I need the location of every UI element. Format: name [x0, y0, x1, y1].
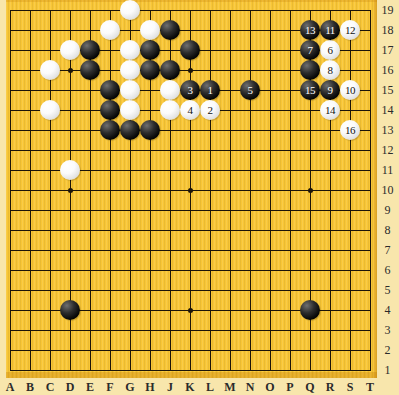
column-label-r: R: [320, 380, 340, 394]
row-label-2: 2: [377, 342, 398, 358]
stone-white-j15: [160, 80, 180, 100]
column-label-j: J: [160, 380, 180, 394]
row-label-11: 11: [377, 162, 398, 178]
column-label-m: M: [220, 380, 240, 394]
stone-white-f18: [100, 20, 120, 40]
move-stone-black-q15: 15: [300, 80, 320, 100]
column-label-o: O: [260, 380, 280, 394]
row-label-1: 1: [377, 362, 398, 378]
star-point: [68, 188, 73, 193]
grid-line-vertical: [230, 10, 231, 371]
stone-white-j14: [160, 100, 180, 120]
row-label-17: 17: [377, 42, 398, 58]
stone-white-h18: [140, 20, 160, 40]
stone-white-d17: [60, 40, 80, 60]
move-stone-white-s15: 10: [340, 80, 360, 100]
column-label-t: T: [360, 380, 380, 394]
move-stone-white-s18: 12: [340, 20, 360, 40]
grid-line-vertical: [210, 10, 211, 371]
grid-line-horizontal: [10, 210, 371, 211]
row-label-14: 14: [377, 102, 398, 118]
move-stone-black-r15: 9: [320, 80, 340, 100]
column-label-g: G: [120, 380, 140, 394]
grid-line-horizontal: [10, 350, 371, 351]
stone-black-h17: [140, 40, 160, 60]
grid-line-vertical: [370, 10, 371, 371]
column-label-q: Q: [300, 380, 320, 394]
stone-black-h13: [140, 120, 160, 140]
move-stone-black-r18: 11: [320, 20, 340, 40]
star-point: [188, 68, 193, 73]
stone-black-q4: [300, 300, 320, 320]
grid-line-horizontal: [10, 270, 371, 271]
star-point: [188, 308, 193, 313]
stone-white-c16: [40, 60, 60, 80]
stone-black-d4: [60, 300, 80, 320]
row-label-4: 4: [377, 302, 398, 318]
row-label-13: 13: [377, 122, 398, 138]
move-stone-white-r16: 8: [320, 60, 340, 80]
move-stone-black-k15: 3: [180, 80, 200, 100]
move-stone-white-s13: 16: [340, 120, 360, 140]
board-edge-shadow-top: [6, 0, 377, 2]
column-label-n: N: [240, 380, 260, 394]
move-stone-white-k14: 4: [180, 100, 200, 120]
stone-black-h16: [140, 60, 160, 80]
row-label-7: 7: [377, 242, 398, 258]
row-label-3: 3: [377, 322, 398, 338]
row-label-19: 19: [377, 2, 398, 18]
row-label-8: 8: [377, 222, 398, 238]
stone-black-f13: [100, 120, 120, 140]
stone-white-c14: [40, 100, 60, 120]
stone-black-j18: [160, 20, 180, 40]
grid-line-horizontal: [10, 230, 371, 231]
stone-white-g17: [120, 40, 140, 60]
column-label-c: C: [40, 380, 60, 394]
grid-line-vertical: [250, 10, 251, 371]
row-label-12: 12: [377, 142, 398, 158]
stone-black-g13: [120, 120, 140, 140]
move-stone-white-r14: 14: [320, 100, 340, 120]
stone-white-d11: [60, 160, 80, 180]
board-edge-shadow-bottom: [6, 372, 377, 378]
stone-white-g14: [120, 100, 140, 120]
grid-line-vertical: [350, 10, 351, 371]
column-label-l: L: [200, 380, 220, 394]
column-label-f: F: [100, 380, 120, 394]
column-label-k: K: [180, 380, 200, 394]
grid-line-horizontal: [10, 290, 371, 291]
grid-line-horizontal: [10, 330, 371, 331]
column-label-b: B: [20, 380, 40, 394]
star-point: [188, 188, 193, 193]
move-stone-black-q18: 13: [300, 20, 320, 40]
grid-line-vertical: [290, 10, 291, 371]
stone-black-f14: [100, 100, 120, 120]
column-label-s: S: [340, 380, 360, 394]
grid-line-vertical: [270, 10, 271, 371]
grid-line-horizontal: [10, 370, 371, 371]
move-stone-white-l14: 2: [200, 100, 220, 120]
stone-white-g19: [120, 0, 140, 20]
row-label-9: 9: [377, 202, 398, 218]
stone-black-e17: [80, 40, 100, 60]
row-label-6: 6: [377, 262, 398, 278]
move-stone-black-l15: 1: [200, 80, 220, 100]
stone-black-f15: [100, 80, 120, 100]
move-stone-black-n15: 5: [240, 80, 260, 100]
row-label-15: 15: [377, 82, 398, 98]
stone-white-g15: [120, 80, 140, 100]
stone-black-e16: [80, 60, 100, 80]
star-point: [308, 188, 313, 193]
column-label-d: D: [60, 380, 80, 394]
column-label-h: H: [140, 380, 160, 394]
column-label-e: E: [80, 380, 100, 394]
row-label-10: 10: [377, 182, 398, 198]
grid-line-horizontal: [10, 250, 371, 251]
stone-white-g16: [120, 60, 140, 80]
star-point: [68, 68, 73, 73]
move-stone-black-q17: 7: [300, 40, 320, 60]
stone-black-k17: [180, 40, 200, 60]
go-board-diagram: 12345678910111213141516 1918171615141312…: [0, 0, 399, 395]
stone-black-q16: [300, 60, 320, 80]
column-label-a: A: [0, 380, 20, 394]
stone-black-j16: [160, 60, 180, 80]
row-label-16: 16: [377, 62, 398, 78]
column-label-p: P: [280, 380, 300, 394]
move-stone-white-r17: 6: [320, 40, 340, 60]
row-label-18: 18: [377, 22, 398, 38]
row-label-5: 5: [377, 282, 398, 298]
